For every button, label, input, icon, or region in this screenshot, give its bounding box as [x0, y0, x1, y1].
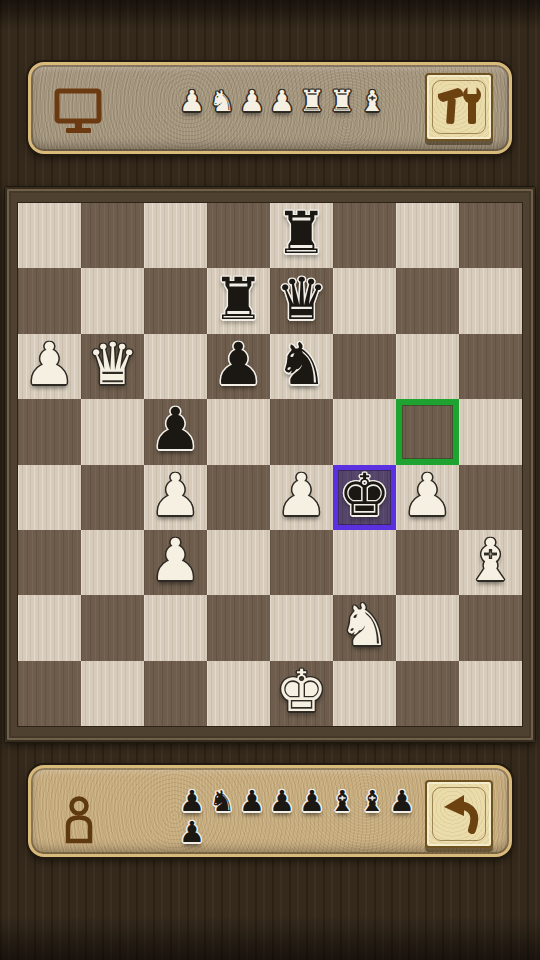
captured-black-pawn: ♟ [267, 786, 297, 817]
chess-board-frame: ♜♜♛♟♛♟♞♟♟♟♚♟♟♝♞♚ [5, 187, 535, 742]
captured-white-bishop: ♝ [357, 86, 387, 117]
square-h2[interactable] [459, 595, 522, 660]
square-h3[interactable]: ♝ [459, 530, 522, 595]
square-g8[interactable] [396, 203, 459, 268]
square-d7[interactable]: ♜ [207, 268, 270, 333]
square-g1[interactable] [396, 661, 459, 726]
square-c3[interactable]: ♟ [144, 530, 207, 595]
captured-black-pawn: ♟ [387, 786, 417, 817]
square-e7[interactable]: ♛ [270, 268, 333, 333]
square-b4[interactable] [81, 465, 144, 530]
white-pawn-e4[interactable]: ♟ [270, 465, 333, 530]
square-b7[interactable] [81, 268, 144, 333]
white-pawn-c3[interactable]: ♟ [144, 530, 207, 595]
square-e5[interactable] [270, 399, 333, 464]
square-e2[interactable] [270, 595, 333, 660]
captured-black-bishop: ♝ [327, 786, 357, 817]
square-h4[interactable] [459, 465, 522, 530]
square-f2[interactable]: ♞ [333, 595, 396, 660]
square-d6[interactable]: ♟ [207, 334, 270, 399]
captured-white-rook: ♜ [327, 86, 357, 117]
square-d5[interactable] [207, 399, 270, 464]
square-a7[interactable] [18, 268, 81, 333]
square-b5[interactable] [81, 399, 144, 464]
square-g5[interactable] [396, 399, 459, 464]
white-knight-f2[interactable]: ♞ [333, 595, 396, 660]
white-pawn-a6[interactable]: ♟ [18, 334, 81, 399]
square-e8[interactable]: ♜ [270, 203, 333, 268]
undo-arrow-icon [436, 794, 482, 834]
captured-white-pieces-tray: ♟♞♟♟♜♜♝ [177, 86, 419, 118]
chess-board[interactable]: ♜♜♛♟♛♟♞♟♟♟♚♟♟♝♞♚ [18, 203, 522, 726]
square-g4[interactable]: ♟ [396, 465, 459, 530]
square-d4[interactable] [207, 465, 270, 530]
person-icon [63, 796, 95, 848]
square-f8[interactable] [333, 203, 396, 268]
green-outline-highlight [396, 399, 459, 464]
square-f3[interactable] [333, 530, 396, 595]
captured-white-pawn: ♟ [267, 86, 297, 117]
square-b2[interactable] [81, 595, 144, 660]
square-b6[interactable]: ♛ [81, 334, 144, 399]
hammer-wrench-icon [435, 84, 483, 130]
square-a3[interactable] [18, 530, 81, 595]
square-g3[interactable] [396, 530, 459, 595]
black-rook-e8[interactable]: ♜ [270, 203, 333, 268]
square-f4[interactable]: ♚ [333, 465, 396, 530]
white-king-e1[interactable]: ♚ [270, 661, 333, 726]
captured-white-pawn: ♟ [237, 86, 267, 117]
square-h8[interactable] [459, 203, 522, 268]
square-d2[interactable] [207, 595, 270, 660]
square-d8[interactable] [207, 203, 270, 268]
square-g7[interactable] [396, 268, 459, 333]
captured-black-pawn: ♟ [177, 817, 207, 848]
captured-white-knight: ♞ [207, 86, 237, 117]
square-b8[interactable] [81, 203, 144, 268]
square-a4[interactable] [18, 465, 81, 530]
square-b3[interactable] [81, 530, 144, 595]
square-h5[interactable] [459, 399, 522, 464]
monitor-icon [53, 88, 103, 138]
square-c6[interactable] [144, 334, 207, 399]
square-e6[interactable]: ♞ [270, 334, 333, 399]
square-d1[interactable] [207, 661, 270, 726]
square-d3[interactable] [207, 530, 270, 595]
square-g2[interactable] [396, 595, 459, 660]
square-f6[interactable] [333, 334, 396, 399]
square-c8[interactable] [144, 203, 207, 268]
square-c5[interactable]: ♟ [144, 399, 207, 464]
square-f5[interactable] [333, 399, 396, 464]
captured-white-rook: ♜ [297, 86, 327, 117]
white-pawn-c4[interactable]: ♟ [144, 465, 207, 530]
square-a1[interactable] [18, 661, 81, 726]
white-bishop-h3[interactable]: ♝ [459, 530, 522, 595]
square-a8[interactable] [18, 203, 81, 268]
square-e3[interactable] [270, 530, 333, 595]
square-h7[interactable] [459, 268, 522, 333]
black-king-f4[interactable]: ♚ [333, 465, 396, 530]
captured-black-pawn: ♟ [237, 786, 267, 817]
captured-white-pawn: ♟ [177, 86, 207, 117]
square-f7[interactable] [333, 268, 396, 333]
square-c7[interactable] [144, 268, 207, 333]
black-queen-e7[interactable]: ♛ [270, 268, 333, 333]
square-f1[interactable] [333, 661, 396, 726]
square-h1[interactable] [459, 661, 522, 726]
square-c1[interactable] [144, 661, 207, 726]
black-knight-e6[interactable]: ♞ [270, 334, 333, 399]
square-b1[interactable] [81, 661, 144, 726]
captured-black-bishop: ♝ [357, 786, 387, 817]
captured-black-pieces-tray: ♟♞♟♟♟♝♝♟♟ [177, 786, 419, 850]
captured-black-pawn: ♟ [297, 786, 327, 817]
white-pawn-g4[interactable]: ♟ [396, 465, 459, 530]
captured-black-knight: ♞ [207, 786, 237, 817]
square-a5[interactable] [18, 399, 81, 464]
black-pawn-c5[interactable]: ♟ [144, 399, 207, 464]
square-a6[interactable]: ♟ [18, 334, 81, 399]
captured-black-pawn: ♟ [177, 786, 207, 817]
square-g6[interactable] [396, 334, 459, 399]
square-c2[interactable] [144, 595, 207, 660]
white-queen-b6[interactable]: ♛ [81, 334, 144, 399]
black-pawn-d6[interactable]: ♟ [207, 334, 270, 399]
player-panel: ♟♞♟♟♟♝♝♟♟ [28, 765, 512, 857]
undo-button[interactable] [425, 780, 493, 848]
square-e1[interactable]: ♚ [270, 661, 333, 726]
tools-button[interactable] [425, 73, 493, 141]
black-rook-d7[interactable]: ♜ [207, 268, 270, 333]
square-e4[interactable]: ♟ [270, 465, 333, 530]
square-h6[interactable] [459, 334, 522, 399]
square-c4[interactable]: ♟ [144, 465, 207, 530]
opponent-panel: ♟♞♟♟♜♜♝ [28, 62, 512, 154]
square-a2[interactable] [18, 595, 81, 660]
